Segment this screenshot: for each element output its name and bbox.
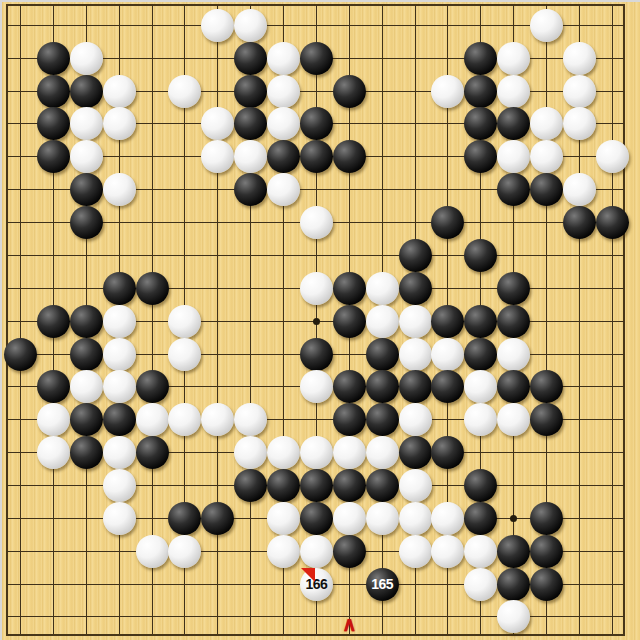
stone-black[interactable] bbox=[333, 535, 366, 568]
stone-black[interactable] bbox=[300, 42, 333, 75]
stone-white[interactable] bbox=[103, 469, 136, 502]
stone-black[interactable] bbox=[234, 42, 267, 75]
stone-black[interactable] bbox=[234, 107, 267, 140]
stone-black[interactable] bbox=[103, 403, 136, 436]
stone-white[interactable] bbox=[563, 42, 596, 75]
grid-line bbox=[612, 5, 613, 634]
stone-white[interactable] bbox=[267, 42, 300, 75]
stone-white[interactable] bbox=[497, 140, 530, 173]
red-caret-marker: ∧ bbox=[337, 614, 361, 634]
grid-line bbox=[217, 5, 218, 634]
stone-white[interactable] bbox=[136, 535, 169, 568]
stone-black[interactable] bbox=[234, 173, 267, 206]
stone-black[interactable] bbox=[70, 436, 103, 469]
stone-white[interactable] bbox=[464, 535, 497, 568]
stone-black[interactable] bbox=[399, 272, 432, 305]
stone-white[interactable] bbox=[103, 173, 136, 206]
go-app-screen: 166165 ∧ bbox=[0, 0, 640, 640]
stone-white[interactable] bbox=[168, 305, 201, 338]
stone-white[interactable] bbox=[168, 338, 201, 371]
stone-white[interactable] bbox=[103, 338, 136, 371]
stone-black[interactable] bbox=[530, 502, 563, 535]
stone-white[interactable] bbox=[333, 436, 366, 469]
stone-white[interactable] bbox=[530, 9, 563, 42]
stone-black[interactable] bbox=[530, 568, 563, 601]
stone-black[interactable] bbox=[234, 75, 267, 108]
stone-black[interactable] bbox=[596, 206, 629, 239]
stone-white[interactable] bbox=[168, 75, 201, 108]
stone-white[interactable] bbox=[300, 206, 333, 239]
grid-line bbox=[7, 616, 624, 617]
stone-white[interactable] bbox=[103, 370, 136, 403]
stone-white[interactable] bbox=[563, 107, 596, 140]
stone-black[interactable] bbox=[37, 370, 70, 403]
stone-white[interactable] bbox=[103, 305, 136, 338]
grid-line bbox=[20, 5, 21, 634]
last-move-flag-marker bbox=[301, 568, 315, 582]
stone-black[interactable] bbox=[168, 502, 201, 535]
stone-black[interactable] bbox=[497, 107, 530, 140]
stone-white[interactable] bbox=[267, 436, 300, 469]
stone-black[interactable] bbox=[70, 173, 103, 206]
stone-black[interactable] bbox=[399, 239, 432, 272]
stone-black[interactable] bbox=[497, 568, 530, 601]
stone-white[interactable] bbox=[234, 140, 267, 173]
stone-black[interactable] bbox=[234, 469, 267, 502]
stone-white[interactable] bbox=[201, 9, 234, 42]
stone-black[interactable] bbox=[366, 403, 399, 436]
stone-white[interactable] bbox=[201, 403, 234, 436]
stone-white[interactable] bbox=[399, 305, 432, 338]
stone-white[interactable] bbox=[530, 140, 563, 173]
stone-white[interactable] bbox=[563, 75, 596, 108]
stone-white[interactable] bbox=[596, 140, 629, 173]
stone-black[interactable] bbox=[464, 305, 497, 338]
stone-white[interactable] bbox=[366, 272, 399, 305]
stone-black[interactable] bbox=[366, 338, 399, 371]
stone-black[interactable] bbox=[497, 305, 530, 338]
stone-white[interactable] bbox=[366, 502, 399, 535]
stone-white[interactable] bbox=[366, 436, 399, 469]
stone-black[interactable] bbox=[4, 338, 37, 371]
stone-black[interactable] bbox=[399, 370, 432, 403]
stone-white[interactable] bbox=[37, 436, 70, 469]
stone-white[interactable] bbox=[497, 75, 530, 108]
stone-white[interactable] bbox=[464, 568, 497, 601]
stone-white[interactable] bbox=[300, 370, 333, 403]
stone-black[interactable] bbox=[431, 305, 464, 338]
stone-white[interactable] bbox=[431, 535, 464, 568]
stone-black[interactable] bbox=[37, 42, 70, 75]
stone-white[interactable] bbox=[234, 436, 267, 469]
stone-black[interactable] bbox=[333, 469, 366, 502]
stone-black[interactable] bbox=[333, 403, 366, 436]
stone-black[interactable] bbox=[70, 75, 103, 108]
stone-white[interactable] bbox=[70, 42, 103, 75]
stone-black[interactable] bbox=[464, 502, 497, 535]
stone-black[interactable] bbox=[300, 140, 333, 173]
stone-white[interactable] bbox=[103, 436, 136, 469]
stone-white[interactable] bbox=[267, 502, 300, 535]
stone-white[interactable] bbox=[234, 9, 267, 42]
stone-black[interactable] bbox=[530, 535, 563, 568]
stone-black[interactable] bbox=[70, 305, 103, 338]
stone-black[interactable]: 165 bbox=[366, 568, 399, 601]
stone-black[interactable] bbox=[464, 75, 497, 108]
stone-white[interactable] bbox=[300, 436, 333, 469]
stone-black[interactable] bbox=[37, 107, 70, 140]
stone-black[interactable] bbox=[464, 107, 497, 140]
stone-white[interactable] bbox=[497, 338, 530, 371]
stone-black[interactable] bbox=[464, 469, 497, 502]
stone-white[interactable] bbox=[333, 502, 366, 535]
stone-white[interactable] bbox=[464, 370, 497, 403]
stone-black[interactable] bbox=[300, 502, 333, 535]
stone-white[interactable] bbox=[563, 173, 596, 206]
stone-black[interactable] bbox=[497, 272, 530, 305]
stone-black[interactable] bbox=[464, 42, 497, 75]
stone-black[interactable] bbox=[366, 469, 399, 502]
stone-black[interactable] bbox=[70, 403, 103, 436]
stone-white[interactable] bbox=[234, 403, 267, 436]
stone-black[interactable] bbox=[333, 140, 366, 173]
stone-white[interactable] bbox=[136, 403, 169, 436]
stone-black[interactable] bbox=[464, 140, 497, 173]
stone-white[interactable] bbox=[300, 272, 333, 305]
stone-black[interactable] bbox=[136, 370, 169, 403]
stone-white[interactable] bbox=[267, 75, 300, 108]
stone-black[interactable] bbox=[431, 206, 464, 239]
stone-black[interactable] bbox=[37, 305, 70, 338]
stone-black[interactable] bbox=[70, 338, 103, 371]
stone-black[interactable] bbox=[201, 502, 234, 535]
star-point bbox=[510, 515, 517, 522]
stone-black[interactable] bbox=[267, 140, 300, 173]
stone-black[interactable] bbox=[431, 370, 464, 403]
stone-black[interactable] bbox=[497, 173, 530, 206]
stone-black[interactable] bbox=[37, 140, 70, 173]
stone-black[interactable] bbox=[333, 272, 366, 305]
stone-white[interactable] bbox=[70, 370, 103, 403]
stone-black[interactable] bbox=[300, 338, 333, 371]
stone-black[interactable] bbox=[530, 403, 563, 436]
stone-black[interactable] bbox=[464, 239, 497, 272]
stone-white[interactable] bbox=[431, 338, 464, 371]
stone-black[interactable] bbox=[333, 370, 366, 403]
stone-black[interactable] bbox=[300, 469, 333, 502]
stone-black[interactable] bbox=[431, 436, 464, 469]
stone-black[interactable] bbox=[530, 370, 563, 403]
stone-white[interactable] bbox=[201, 140, 234, 173]
stone-black[interactable] bbox=[366, 370, 399, 403]
stone-white[interactable] bbox=[530, 107, 563, 140]
stone-white[interactable] bbox=[103, 502, 136, 535]
stone-black[interactable] bbox=[464, 338, 497, 371]
stone-black[interactable] bbox=[399, 436, 432, 469]
move-number-label: 165 bbox=[371, 576, 393, 592]
stone-white[interactable] bbox=[267, 535, 300, 568]
stone-white[interactable] bbox=[103, 75, 136, 108]
stone-black[interactable] bbox=[333, 75, 366, 108]
stone-black[interactable] bbox=[497, 370, 530, 403]
stone-white[interactable] bbox=[103, 107, 136, 140]
stone-white[interactable] bbox=[399, 535, 432, 568]
stone-white[interactable] bbox=[431, 502, 464, 535]
stone-white[interactable] bbox=[37, 403, 70, 436]
stone-white[interactable] bbox=[497, 42, 530, 75]
stone-black[interactable] bbox=[70, 206, 103, 239]
stone-black[interactable] bbox=[497, 535, 530, 568]
stone-white[interactable] bbox=[70, 107, 103, 140]
stone-white[interactable] bbox=[399, 403, 432, 436]
stone-white[interactable] bbox=[497, 403, 530, 436]
stone-white[interactable] bbox=[300, 535, 333, 568]
stone-black[interactable] bbox=[333, 305, 366, 338]
stone-white[interactable] bbox=[497, 600, 530, 633]
stone-white[interactable] bbox=[399, 338, 432, 371]
stone-black[interactable] bbox=[136, 436, 169, 469]
stone-black[interactable] bbox=[136, 272, 169, 305]
stone-white[interactable] bbox=[399, 469, 432, 502]
stone-black[interactable] bbox=[103, 272, 136, 305]
stone-white[interactable] bbox=[168, 535, 201, 568]
stone-white[interactable] bbox=[267, 173, 300, 206]
stone-black[interactable] bbox=[267, 469, 300, 502]
stone-black[interactable] bbox=[300, 107, 333, 140]
stone-white[interactable] bbox=[366, 305, 399, 338]
stone-white[interactable] bbox=[399, 502, 432, 535]
stone-white[interactable] bbox=[201, 107, 234, 140]
stone-black[interactable] bbox=[37, 75, 70, 108]
stone-black[interactable] bbox=[530, 173, 563, 206]
stone-white[interactable] bbox=[168, 403, 201, 436]
stone-black[interactable] bbox=[563, 206, 596, 239]
star-point bbox=[313, 318, 320, 325]
stone-white[interactable] bbox=[431, 75, 464, 108]
stone-white[interactable] bbox=[70, 140, 103, 173]
stone-white[interactable] bbox=[464, 403, 497, 436]
stone-white[interactable] bbox=[267, 107, 300, 140]
